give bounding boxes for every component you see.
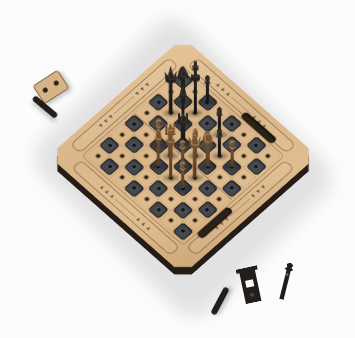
loose-piece-base-clip[interactable] xyxy=(235,265,264,305)
piece-black-queen[interactable] xyxy=(163,66,178,113)
photo-canvas: ♟ ♟ ♟ ──────── ♟ ♟ ♟ ♟ ♟ ♟ ──────── ♟ ♟ … xyxy=(0,0,355,338)
loose-piece-pawn-stick[interactable] xyxy=(276,261,297,301)
